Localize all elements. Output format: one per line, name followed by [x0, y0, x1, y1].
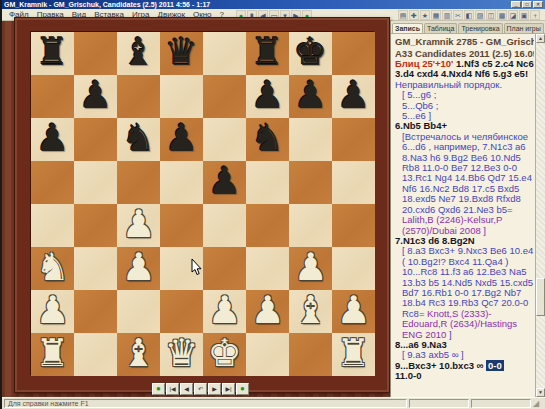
piece-white-pawn[interactable]: ♟: [289, 245, 332, 290]
piece-white-bishop[interactable]: ♝: [117, 331, 160, 376]
panel-icon[interactable]: ◪: [508, 10, 518, 20]
nav-glyph-icon: |◀: [169, 386, 175, 392]
square-g4[interactable]: [289, 204, 332, 247]
maximize-button[interactable]: □: [522, 1, 532, 8]
title-bar[interactable]: GM_Kramnik - GM_Grischuk, Candidates (2.…: [2, 0, 545, 9]
square-d7[interactable]: [160, 75, 203, 118]
notation-lines: Блиц 25'+10' 1.Nf3 c5 2.c4 Nc6 3.d4 cxd4…: [395, 59, 534, 382]
square-g7[interactable]: ♟: [289, 75, 332, 118]
game-notation: GM_Kramnik 2785 - GM_Grischuk A33 Candid…: [391, 34, 545, 397]
favorite-icon[interactable]: ★: [420, 10, 430, 20]
notation-line: 11.0-0: [395, 371, 534, 381]
square-h1[interactable]: ♜: [332, 333, 375, 376]
piece-black-pawn[interactable]: ♟: [289, 73, 332, 118]
piece-black-knight[interactable]: ♞: [246, 116, 289, 161]
square-c6[interactable]: ♞: [117, 118, 160, 161]
status-text: Для справки нажмите F1: [4, 399, 407, 408]
minimize-button[interactable]: _: [511, 1, 521, 8]
square-g8[interactable]: ♚: [289, 32, 332, 75]
layout-icon[interactable]: ◫: [486, 10, 496, 20]
prev-move-button[interactable]: ◀: [180, 383, 193, 395]
piece-white-pawn[interactable]: ♟: [246, 288, 289, 333]
nav-glyph-icon: ◀: [184, 386, 189, 392]
square-g1[interactable]: [289, 333, 332, 376]
engine-go-button[interactable]: ●: [236, 383, 249, 395]
piece-black-rook[interactable]: ♜: [246, 30, 289, 75]
takeback-button[interactable]: ↶: [194, 383, 207, 395]
window-controls: _□✕: [511, 1, 543, 8]
notation-segment: Блиц 25'+10': [395, 58, 456, 69]
square-e6[interactable]: [203, 118, 246, 161]
square-f7[interactable]: ♟: [246, 75, 289, 118]
square-a1[interactable]: ♜: [31, 333, 74, 376]
piece-black-queen[interactable]: ♛: [160, 30, 203, 75]
square-c4[interactable]: ♟: [117, 204, 160, 247]
piece-white-pawn[interactable]: ♟: [117, 245, 160, 290]
square-c8[interactable]: ♝: [117, 32, 160, 75]
notation-segment[interactable]: 8...a6 9.Na3: [395, 339, 447, 350]
square-b4[interactable]: [74, 204, 117, 247]
scrollbar-thumb[interactable]: [536, 278, 545, 316]
notation-icon[interactable]: ▥: [442, 10, 452, 20]
square-d2[interactable]: [160, 290, 203, 333]
square-e2[interactable]: ♟: [203, 290, 246, 333]
cut-icon[interactable]: ✂: [453, 10, 463, 20]
green-dot-icon: ●: [156, 384, 161, 393]
square-f2[interactable]: ♟: [246, 290, 289, 333]
panel-tabs: ЗаписьТаблицаТренировкаПлан игрыИнф◄ ►: [391, 21, 545, 34]
piece-white-pawn[interactable]: ♟: [332, 288, 375, 333]
piece-white-rook[interactable]: ♜: [332, 331, 375, 376]
database-icon[interactable]: ▦: [431, 10, 441, 20]
notation-segment[interactable]: 5...Qb6 ;: [402, 100, 438, 111]
notation-segment[interactable]: 0-0: [486, 360, 504, 371]
status-cell-1: [409, 399, 469, 408]
notation-segment[interactable]: [ 9.a3 axb5 ∞ ]: [402, 349, 464, 360]
notation-line: Блиц 25'+10' 1.Nf3 c5 2.c4 Nc6 3.d4 cxd4…: [395, 59, 534, 90]
tab-Запись[interactable]: Запись: [392, 23, 423, 33]
last-move-button[interactable]: ▶|: [222, 383, 235, 395]
notation-segment[interactable]: ]: [481, 225, 486, 236]
nav-glyph-icon: ↶: [198, 386, 203, 392]
square-a8[interactable]: ♜: [31, 32, 74, 75]
green-dot-icon: ●: [240, 384, 245, 393]
main-area: ♜♝♛♜♚♟♟♟♟♟♞♟♞♟♟♞♟♟♟♟♟♝♟♜♝♛♚♜ ●|◀◀↶▶▶|● З…: [2, 21, 545, 397]
close-button[interactable]: ✕: [533, 1, 543, 8]
square-b2[interactable]: [74, 290, 117, 333]
square-h3[interactable]: [332, 247, 375, 290]
square-b6[interactable]: [74, 118, 117, 161]
notation-panel: ЗаписьТаблицаТренировкаПлан игрыИнф◄ ► G…: [390, 21, 545, 397]
game-players-header: GM_Kramnik 2785 - GM_Grischuk: [395, 36, 534, 48]
notation-segment: Неправильный порядок.: [395, 79, 502, 90]
square-a7[interactable]: [31, 75, 74, 118]
mouse-cursor: [191, 259, 203, 280]
square-h8[interactable]: [332, 32, 375, 75]
square-f8[interactable]: ♜: [246, 32, 289, 75]
square-b1[interactable]: [74, 333, 117, 376]
square-g3[interactable]: ♟: [289, 247, 332, 290]
square-f6[interactable]: ♞: [246, 118, 289, 161]
piece-black-pawn[interactable]: ♟: [31, 116, 74, 161]
notation-segment[interactable]: ]: [446, 329, 451, 340]
notation-scrollbar[interactable]: ▲ ▼: [535, 34, 545, 397]
chess-board: ♜♝♛♜♚♟♟♟♟♟♞♟♞♟♟♞♟♟♟♟♟♝♟♜♝♛♚♜: [30, 31, 374, 375]
square-h4[interactable]: [332, 204, 375, 247]
piece-black-pawn[interactable]: ♟: [160, 116, 203, 161]
window-title: GM_Kramnik - GM_Grischuk, Candidates (2.…: [4, 0, 511, 9]
notation-line: [ 8.a3 Bxc3+ 9.Nxc3 Be6 10.e4 ( 10.Bg2!?…: [395, 246, 534, 340]
square-a3[interactable]: ♞: [31, 247, 74, 290]
piece-white-queen[interactable]: ♛: [160, 331, 203, 376]
next-move-button[interactable]: ▶: [208, 383, 221, 395]
scrollbar-track[interactable]: [536, 43, 545, 388]
square-e3[interactable]: [203, 247, 246, 290]
notation-segment[interactable]: [Встречалось и челябинское 6...d6 , напр…: [402, 131, 532, 215]
square-b8[interactable]: [74, 32, 117, 75]
square-c3[interactable]: ♟: [117, 247, 160, 290]
square-b3[interactable]: [74, 247, 117, 290]
square-d8[interactable]: ♛: [160, 32, 203, 75]
add-icon[interactable]: ✚: [409, 10, 419, 20]
square-h6[interactable]: [332, 118, 375, 161]
piece-white-pawn[interactable]: ♟: [31, 288, 74, 333]
nav-glyph-icon: ▶|: [225, 386, 231, 392]
square-h7[interactable]: ♟: [332, 75, 375, 118]
paste-icon[interactable]: ▨: [475, 10, 485, 20]
square-a5[interactable]: [31, 161, 74, 204]
tab-План игры[interactable]: План игры: [504, 23, 544, 33]
notation-segment[interactable]: 7.N1c3 d6 8.Bg2N: [395, 235, 475, 246]
piece-black-pawn[interactable]: ♟: [74, 73, 117, 118]
square-g5[interactable]: [289, 161, 332, 204]
square-d6[interactable]: ♟: [160, 118, 203, 161]
square-d5[interactable]: [160, 161, 203, 204]
plus-icon[interactable]: ＋: [530, 10, 540, 20]
square-c7[interactable]: [117, 75, 160, 118]
scroll-up-icon[interactable]: ▲: [536, 34, 545, 43]
notation-segment[interactable]: 5...e6 ]: [402, 110, 431, 121]
piece-black-rook[interactable]: ♜: [31, 30, 74, 75]
piece-white-bishop[interactable]: ♝: [289, 288, 332, 333]
tab-Таблица[interactable]: Таблица: [424, 23, 457, 33]
square-g6[interactable]: [289, 118, 332, 161]
move-navigation-bar: ●|◀◀↶▶▶|●: [152, 383, 249, 395]
notation-segment[interactable]: 9...Bxc3+ 10.bxc3 ∞: [395, 360, 486, 371]
notation-segment[interactable]: 11.0-0: [395, 370, 421, 381]
piece-white-pawn[interactable]: ♟: [117, 202, 160, 247]
scroll-down-icon[interactable]: ▼: [536, 388, 545, 397]
piece-black-pawn[interactable]: ♟: [246, 73, 289, 118]
grid-icon[interactable]: ▩: [497, 10, 507, 20]
square-e5[interactable]: ♟: [203, 161, 246, 204]
piece-black-pawn[interactable]: ♟: [332, 73, 375, 118]
status-bar: Для справки нажмите F1 ◢: [2, 397, 545, 409]
square-h5[interactable]: [332, 161, 375, 204]
resize-grip[interactable]: ◢: [533, 399, 543, 409]
square-b7[interactable]: ♟: [74, 75, 117, 118]
new-game-icon[interactable]: ▤: [398, 10, 408, 20]
first-move-button[interactable]: |◀: [166, 383, 179, 395]
app-window: GM_Kramnik - GM_Grischuk, Candidates (2.…: [0, 0, 545, 409]
tab-Тренировка[interactable]: Тренировка: [458, 23, 502, 33]
square-b5[interactable]: [74, 161, 117, 204]
square-a4[interactable]: [31, 204, 74, 247]
status-cell-2: [471, 399, 531, 408]
notation-line: [Встречалось и челябинское 6...d6 , напр…: [395, 132, 534, 236]
board-area: ♜♝♛♜♚♟♟♟♟♟♞♟♞♟♟♞♟♟♟♟♟♝♟♜♝♛♚♜ ●|◀◀↶▶▶|●: [2, 21, 390, 397]
square-a6[interactable]: ♟: [31, 118, 74, 161]
piece-black-bishop[interactable]: ♝: [117, 30, 160, 75]
piece-white-knight[interactable]: ♞: [31, 245, 74, 290]
notation-segment[interactable]: [ 5...g6 ;: [402, 89, 436, 100]
piece-white-king[interactable]: ♚: [203, 331, 246, 376]
piece-white-rook[interactable]: ♜: [31, 331, 74, 376]
square-c5[interactable]: [117, 161, 160, 204]
nav-glyph-icon: ▶: [212, 386, 217, 392]
square-a2[interactable]: ♟: [31, 290, 74, 333]
piece-black-pawn[interactable]: ♟: [203, 159, 246, 204]
engine-toggle-button[interactable]: ●: [152, 383, 165, 395]
square-e1[interactable]: ♚: [203, 333, 246, 376]
notation-segment[interactable]: 6.Nb5 Bb4+: [395, 120, 447, 131]
square-e4[interactable]: [203, 204, 246, 247]
square-f3[interactable]: [246, 247, 289, 290]
square-e8[interactable]: [203, 32, 246, 75]
copy-icon[interactable]: ◧: [464, 10, 474, 20]
piece-black-king[interactable]: ♚: [289, 30, 332, 75]
square-d1[interactable]: ♛: [160, 333, 203, 376]
notation-segment: Lalith,B (2246)-Kelsur,P (2570)/Dubai 20…: [402, 214, 502, 235]
square-h2[interactable]: ♟: [332, 290, 375, 333]
square-d4[interactable]: [160, 204, 203, 247]
square-c2[interactable]: [117, 290, 160, 333]
piece-black-knight[interactable]: ♞: [117, 116, 160, 161]
square-c1[interactable]: ♝: [117, 333, 160, 376]
square-g2[interactable]: ♝: [289, 290, 332, 333]
piece-white-pawn[interactable]: ♟: [203, 288, 246, 333]
window-icon[interactable]: ▣: [519, 10, 529, 20]
square-f4[interactable]: [246, 204, 289, 247]
square-e7[interactable]: [203, 75, 246, 118]
square-f5[interactable]: [246, 161, 289, 204]
square-f1[interactable]: [246, 333, 289, 376]
toolbar-right-group: ▤✚★▦▥✂◧▨◫▩◪▣＋: [398, 10, 540, 20]
